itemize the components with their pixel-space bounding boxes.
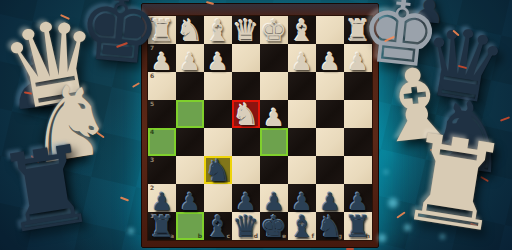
square-h3[interactable] bbox=[344, 156, 372, 184]
square-b4[interactable] bbox=[176, 128, 204, 156]
square-g5[interactable] bbox=[316, 100, 344, 128]
piece-white-knight-d5[interactable]: ♞ bbox=[233, 100, 260, 130]
square-c2[interactable] bbox=[204, 184, 232, 212]
piece-black-rook-a1[interactable]: ♜ bbox=[149, 212, 176, 242]
square-b7[interactable]: ♟ bbox=[176, 44, 204, 72]
bokeh-dot bbox=[384, 170, 388, 174]
square-f2[interactable]: ♟ bbox=[288, 184, 316, 212]
square-g4[interactable] bbox=[316, 128, 344, 156]
rank-label-3: 3 bbox=[150, 157, 154, 163]
piece-white-knight-b8[interactable]: ♞ bbox=[177, 16, 204, 46]
square-b6[interactable] bbox=[176, 72, 204, 100]
square-f3[interactable] bbox=[288, 156, 316, 184]
piece-white-rook-h8[interactable]: ♜ bbox=[345, 16, 372, 46]
piece-white-bishop-f8[interactable]: ♝ bbox=[289, 16, 316, 46]
piece-white-pawn-a7[interactable]: ♟ bbox=[151, 50, 173, 74]
square-g3[interactable] bbox=[316, 156, 344, 184]
piece-black-knight-c3[interactable]: ♞ bbox=[205, 156, 232, 186]
bokeh-dot bbox=[128, 228, 134, 234]
square-h4[interactable] bbox=[344, 128, 372, 156]
piece-black-pawn-b2[interactable]: ♟ bbox=[179, 190, 201, 214]
piece-black-king-e1[interactable]: ♚ bbox=[261, 212, 288, 242]
square-f8[interactable]: ♝ bbox=[288, 16, 316, 44]
square-b3[interactable] bbox=[176, 156, 204, 184]
square-e1[interactable]: e♚ bbox=[260, 212, 288, 240]
piece-black-knight-g1[interactable]: ♞ bbox=[317, 212, 344, 242]
chess-board[interactable]: 8♜♞♝♛♚♝♜7♟♟♟♟♟♟65♞♟43♞2♟♟♟♟♟♟♟1a♜bc♝d♛e♚… bbox=[148, 16, 372, 240]
square-f7[interactable]: ♟ bbox=[288, 44, 316, 72]
square-b8[interactable]: ♞ bbox=[176, 16, 204, 44]
square-f1[interactable]: f♝ bbox=[288, 212, 316, 240]
square-e8[interactable]: ♚ bbox=[260, 16, 288, 44]
square-e7[interactable] bbox=[260, 44, 288, 72]
square-e2[interactable]: ♟ bbox=[260, 184, 288, 212]
square-g1[interactable]: g♞ bbox=[316, 212, 344, 240]
rank-label-4: 4 bbox=[150, 129, 154, 135]
piece-black-queen-d1[interactable]: ♛ bbox=[233, 212, 260, 242]
square-a1[interactable]: 1a♜ bbox=[148, 212, 176, 240]
square-b5[interactable] bbox=[176, 100, 204, 128]
piece-white-pawn-f7[interactable]: ♟ bbox=[291, 50, 313, 74]
bokeh-dot bbox=[378, 234, 386, 242]
square-d1[interactable]: d♛ bbox=[232, 212, 260, 240]
square-e3[interactable] bbox=[260, 156, 288, 184]
square-c5[interactable] bbox=[204, 100, 232, 128]
square-f5[interactable] bbox=[288, 100, 316, 128]
square-a5[interactable]: 5 bbox=[148, 100, 176, 128]
piece-black-rook-h1[interactable]: ♜ bbox=[345, 212, 372, 242]
square-d6[interactable] bbox=[232, 72, 260, 100]
square-g7[interactable]: ♟ bbox=[316, 44, 344, 72]
square-d2[interactable]: ♟ bbox=[232, 184, 260, 212]
piece-white-pawn-b7[interactable]: ♟ bbox=[179, 50, 201, 74]
square-h5[interactable] bbox=[344, 100, 372, 128]
file-label-b: b bbox=[198, 233, 202, 239]
piece-white-queen-d8[interactable]: ♛ bbox=[233, 16, 260, 46]
square-a7[interactable]: 7♟ bbox=[148, 44, 176, 72]
piece-black-bishop-c1[interactable]: ♝ bbox=[205, 212, 232, 242]
square-e4[interactable] bbox=[260, 128, 288, 156]
square-a2[interactable]: 2♟ bbox=[148, 184, 176, 212]
square-a8[interactable]: 8♜ bbox=[148, 16, 176, 44]
square-h2[interactable]: ♟ bbox=[344, 184, 372, 212]
piece-white-pawn-e5[interactable]: ♟ bbox=[263, 106, 285, 130]
square-a3[interactable]: 3 bbox=[148, 156, 176, 184]
square-h8[interactable]: ♜ bbox=[344, 16, 372, 44]
piece-white-bishop-c8[interactable]: ♝ bbox=[205, 16, 232, 46]
square-g6[interactable] bbox=[316, 72, 344, 100]
square-d7[interactable] bbox=[232, 44, 260, 72]
square-d4[interactable] bbox=[232, 128, 260, 156]
square-g8[interactable] bbox=[316, 16, 344, 44]
square-c3[interactable]: ♞ bbox=[204, 156, 232, 184]
square-c8[interactable]: ♝ bbox=[204, 16, 232, 44]
square-h7[interactable]: ♟ bbox=[344, 44, 372, 72]
square-h1[interactable]: h♜ bbox=[344, 212, 372, 240]
square-d5[interactable]: ♞ bbox=[232, 100, 260, 128]
piece-white-pawn-c7[interactable]: ♟ bbox=[207, 50, 229, 74]
square-a4[interactable]: 4 bbox=[148, 128, 176, 156]
square-b1[interactable]: b bbox=[176, 212, 204, 240]
square-e6[interactable] bbox=[260, 72, 288, 100]
game-screen: ♚♛♟♞♜♟♚♛♝♞♜ 8♜♞♝♛♚♝♜7♟♟♟♟♟♟65♞♟43♞2♟♟♟♟♟… bbox=[0, 0, 512, 250]
piece-white-king-e8[interactable]: ♚ bbox=[261, 16, 288, 46]
square-c4[interactable] bbox=[204, 128, 232, 156]
square-e5[interactable]: ♟ bbox=[260, 100, 288, 128]
piece-white-rook-a8[interactable]: ♜ bbox=[149, 16, 176, 46]
piece-black-bishop-f1[interactable]: ♝ bbox=[289, 212, 316, 242]
square-f6[interactable] bbox=[288, 72, 316, 100]
piece-white-pawn-h7[interactable]: ♟ bbox=[347, 50, 369, 74]
square-f4[interactable] bbox=[288, 128, 316, 156]
square-d8[interactable]: ♛ bbox=[232, 16, 260, 44]
square-c1[interactable]: c♝ bbox=[204, 212, 232, 240]
square-c7[interactable]: ♟ bbox=[204, 44, 232, 72]
piece-white-pawn-g7[interactable]: ♟ bbox=[319, 50, 341, 74]
deco-white-rook-right: ♜ bbox=[391, 116, 512, 250]
deco-black-rook-left: ♜ bbox=[0, 129, 103, 250]
square-c6[interactable] bbox=[204, 72, 232, 100]
square-g2[interactable]: ♟ bbox=[316, 184, 344, 212]
square-b2[interactable]: ♟ bbox=[176, 184, 204, 212]
square-d3[interactable] bbox=[232, 156, 260, 184]
rank-label-5: 5 bbox=[150, 101, 154, 107]
